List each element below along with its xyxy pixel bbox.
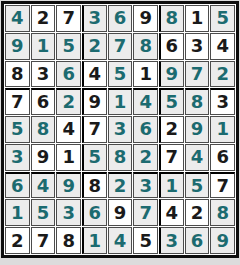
cell-r1c7[interactable]: 8 [159,5,184,32]
sudoku-board: 4273698159152786348364519727629145835847… [1,1,239,258]
cell-r6c1[interactable]: 3 [5,144,30,171]
cell-r7c2[interactable]: 4 [31,172,56,199]
cell-r8c8[interactable]: 2 [185,199,210,226]
cell-r7c8[interactable]: 5 [185,172,210,199]
cell-r9c5[interactable]: 4 [108,227,133,254]
cell-r5c5[interactable]: 3 [108,116,133,143]
cell-r3c3[interactable]: 6 [56,61,81,88]
cell-r2c4[interactable]: 2 [82,33,107,60]
cell-r7c3[interactable]: 9 [56,172,81,199]
cell-r5c6[interactable]: 6 [133,116,158,143]
cell-r8c4[interactable]: 6 [82,199,107,226]
cell-r9c7[interactable]: 3 [159,227,184,254]
cell-r8c9[interactable]: 8 [210,199,235,226]
cell-r3c5[interactable]: 5 [108,61,133,88]
cell-r5c3[interactable]: 4 [56,116,81,143]
cell-r1c2[interactable]: 2 [31,5,56,32]
cell-r1c4[interactable]: 3 [82,5,107,32]
cell-r7c7[interactable]: 1 [159,172,184,199]
cell-r1c3[interactable]: 7 [56,5,81,32]
cell-r3c9[interactable]: 2 [210,61,235,88]
cell-r6c3[interactable]: 1 [56,144,81,171]
cell-r2c1[interactable]: 9 [5,33,30,60]
cell-r4c8[interactable]: 8 [185,88,210,115]
cell-r2c7[interactable]: 6 [159,33,184,60]
cell-r9c8[interactable]: 6 [185,227,210,254]
cell-r6c4[interactable]: 5 [82,144,107,171]
cell-r5c7[interactable]: 2 [159,116,184,143]
cell-r1c8[interactable]: 1 [185,5,210,32]
cell-r9c3[interactable]: 8 [56,227,81,254]
cell-r7c6[interactable]: 3 [133,172,158,199]
cell-r8c2[interactable]: 5 [31,199,56,226]
cell-r3c4[interactable]: 4 [82,61,107,88]
cell-r1c6[interactable]: 9 [133,5,158,32]
sudoku-app: 4273698159152786348364519727629145835847… [0,1,240,265]
cell-r8c5[interactable]: 9 [108,199,133,226]
cell-r8c6[interactable]: 7 [133,199,158,226]
cell-r4c4[interactable]: 9 [82,88,107,115]
cell-r8c3[interactable]: 3 [56,199,81,226]
cell-r7c1[interactable]: 6 [5,172,30,199]
cell-r2c6[interactable]: 8 [133,33,158,60]
cell-r7c5[interactable]: 2 [108,172,133,199]
cell-r7c4[interactable]: 8 [82,172,107,199]
cell-r4c2[interactable]: 6 [31,88,56,115]
cell-r4c5[interactable]: 1 [108,88,133,115]
cell-r2c5[interactable]: 7 [108,33,133,60]
cell-r9c1[interactable]: 2 [5,227,30,254]
cell-r8c1[interactable]: 1 [5,199,30,226]
cell-r6c2[interactable]: 9 [31,144,56,171]
cell-r8c7[interactable]: 4 [159,199,184,226]
cell-r9c4[interactable]: 1 [82,227,107,254]
cell-r1c1[interactable]: 4 [5,5,30,32]
cell-r3c1[interactable]: 8 [5,61,30,88]
cell-r6c7[interactable]: 7 [159,144,184,171]
cell-r4c1[interactable]: 7 [5,88,30,115]
cell-r5c1[interactable]: 5 [5,116,30,143]
cell-r2c3[interactable]: 5 [56,33,81,60]
cell-r6c9[interactable]: 6 [210,144,235,171]
cell-r6c6[interactable]: 2 [133,144,158,171]
cell-r5c8[interactable]: 9 [185,116,210,143]
cell-r5c4[interactable]: 7 [82,116,107,143]
cell-r1c5[interactable]: 6 [108,5,133,32]
cell-r4c9[interactable]: 3 [210,88,235,115]
cell-r9c6[interactable]: 5 [133,227,158,254]
cell-r5c2[interactable]: 8 [31,116,56,143]
cell-r6c5[interactable]: 8 [108,144,133,171]
cell-r4c7[interactable]: 5 [159,88,184,115]
cell-r2c8[interactable]: 3 [185,33,210,60]
cell-r3c6[interactable]: 1 [133,61,158,88]
cell-r9c9[interactable]: 9 [210,227,235,254]
cell-r5c9[interactable]: 1 [210,116,235,143]
cell-r4c6[interactable]: 4 [133,88,158,115]
cell-r2c2[interactable]: 1 [31,33,56,60]
cell-r2c9[interactable]: 4 [210,33,235,60]
cell-r6c8[interactable]: 4 [185,144,210,171]
cell-r9c2[interactable]: 7 [31,227,56,254]
cell-r3c8[interactable]: 7 [185,61,210,88]
cell-r3c2[interactable]: 3 [31,61,56,88]
cell-r1c9[interactable]: 5 [210,5,235,32]
cell-r7c9[interactable]: 7 [210,172,235,199]
cell-r3c7[interactable]: 9 [159,61,184,88]
cell-r4c3[interactable]: 2 [56,88,81,115]
